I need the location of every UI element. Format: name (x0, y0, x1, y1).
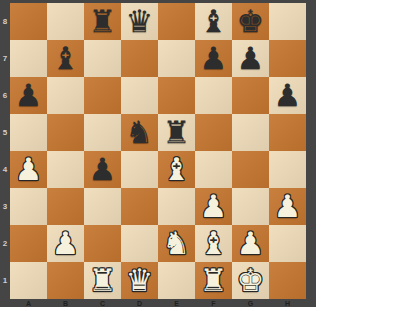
square-g6[interactable] (232, 77, 269, 114)
square-f1[interactable]: ♜ (195, 262, 232, 299)
square-f6[interactable] (195, 77, 232, 114)
square-f5[interactable] (195, 114, 232, 151)
square-e2[interactable]: ♞ (158, 225, 195, 262)
piece-black-rook[interactable]: ♜ (158, 114, 195, 151)
square-d3[interactable] (121, 188, 158, 225)
rank-label-8: 8 (0, 3, 10, 40)
square-b5[interactable] (47, 114, 84, 151)
rank-label-2: 2 (0, 225, 10, 262)
square-h2[interactable] (269, 225, 306, 262)
square-e6[interactable] (158, 77, 195, 114)
piece-black-pawn[interactable]: ♟ (84, 151, 121, 188)
square-d5[interactable]: ♞ (121, 114, 158, 151)
square-d8[interactable]: ♛ (121, 3, 158, 40)
square-c7[interactable] (84, 40, 121, 77)
piece-black-knight[interactable]: ♞ (121, 114, 158, 151)
square-b3[interactable] (47, 188, 84, 225)
rank-label-3: 3 (0, 188, 10, 225)
square-c6[interactable] (84, 77, 121, 114)
square-f8[interactable]: ♝ (195, 3, 232, 40)
piece-white-rook[interactable]: ♜ (84, 262, 121, 299)
square-a5[interactable] (10, 114, 47, 151)
rank-label-5: 5 (0, 114, 10, 151)
piece-black-bishop[interactable]: ♝ (47, 40, 84, 77)
square-a1[interactable] (10, 262, 47, 299)
square-h7[interactable] (269, 40, 306, 77)
piece-white-king[interactable]: ♚ (232, 262, 269, 299)
file-label-b: B (47, 299, 84, 307)
piece-white-pawn[interactable]: ♟ (232, 225, 269, 262)
piece-white-pawn[interactable]: ♟ (269, 188, 306, 225)
square-b7[interactable]: ♝ (47, 40, 84, 77)
square-g3[interactable] (232, 188, 269, 225)
file-label-h: H (269, 299, 306, 307)
piece-white-knight[interactable]: ♞ (158, 225, 195, 262)
square-d1[interactable]: ♛ (121, 262, 158, 299)
rank-labels: 87654321 (0, 3, 10, 299)
square-b1[interactable] (47, 262, 84, 299)
piece-black-queen[interactable]: ♛ (121, 3, 158, 40)
square-g7[interactable]: ♟ (232, 40, 269, 77)
square-e8[interactable] (158, 3, 195, 40)
square-h8[interactable] (269, 3, 306, 40)
square-g1[interactable]: ♚ (232, 262, 269, 299)
board-frame: 87654321 ♜♛♝♚♝♟♟♟♟♞♜♟♟♝♟♟♟♞♝♟♜♛♜♚ ABCDEF… (0, 0, 316, 307)
square-a7[interactable] (10, 40, 47, 77)
square-d7[interactable] (121, 40, 158, 77)
square-b6[interactable] (47, 77, 84, 114)
piece-white-bishop[interactable]: ♝ (195, 225, 232, 262)
rank-label-6: 6 (0, 77, 10, 114)
square-e4[interactable]: ♝ (158, 151, 195, 188)
square-h4[interactable] (269, 151, 306, 188)
square-f2[interactable]: ♝ (195, 225, 232, 262)
square-g2[interactable]: ♟ (232, 225, 269, 262)
piece-black-pawn[interactable]: ♟ (232, 40, 269, 77)
piece-black-bishop[interactable]: ♝ (195, 3, 232, 40)
square-f7[interactable]: ♟ (195, 40, 232, 77)
file-label-f: F (195, 299, 232, 307)
file-label-c: C (84, 299, 121, 307)
piece-white-pawn[interactable]: ♟ (195, 188, 232, 225)
square-g5[interactable] (232, 114, 269, 151)
file-label-g: G (232, 299, 269, 307)
square-b4[interactable] (47, 151, 84, 188)
square-h1[interactable] (269, 262, 306, 299)
rank-label-4: 4 (0, 151, 10, 188)
piece-white-rook[interactable]: ♜ (195, 262, 232, 299)
file-label-e: E (158, 299, 195, 307)
square-h5[interactable] (269, 114, 306, 151)
piece-black-pawn[interactable]: ♟ (10, 77, 47, 114)
square-c2[interactable] (84, 225, 121, 262)
square-c8[interactable]: ♜ (84, 3, 121, 40)
square-f4[interactable] (195, 151, 232, 188)
square-c4[interactable]: ♟ (84, 151, 121, 188)
square-b2[interactable]: ♟ (47, 225, 84, 262)
square-g4[interactable] (232, 151, 269, 188)
piece-white-queen[interactable]: ♛ (121, 262, 158, 299)
file-labels: ABCDEFGH (10, 299, 306, 307)
piece-black-pawn[interactable]: ♟ (269, 77, 306, 114)
chess-board: ♜♛♝♚♝♟♟♟♟♞♜♟♟♝♟♟♟♞♝♟♜♛♜♚ (10, 3, 306, 299)
square-h3[interactable]: ♟ (269, 188, 306, 225)
square-c5[interactable] (84, 114, 121, 151)
rank-label-7: 7 (0, 40, 10, 77)
square-g8[interactable]: ♚ (232, 3, 269, 40)
square-e7[interactable] (158, 40, 195, 77)
piece-black-king[interactable]: ♚ (232, 3, 269, 40)
square-e5[interactable]: ♜ (158, 114, 195, 151)
square-d2[interactable] (121, 225, 158, 262)
square-c1[interactable]: ♜ (84, 262, 121, 299)
square-a4[interactable]: ♟ (10, 151, 47, 188)
page: { "game": "chess", "position": "2rq1bk1/… (0, 0, 414, 311)
square-e1[interactable] (158, 262, 195, 299)
square-a8[interactable] (10, 3, 47, 40)
square-d4[interactable] (121, 151, 158, 188)
square-b8[interactable] (47, 3, 84, 40)
file-label-d: D (121, 299, 158, 307)
square-d6[interactable] (121, 77, 158, 114)
square-h6[interactable]: ♟ (269, 77, 306, 114)
square-a3[interactable] (10, 188, 47, 225)
piece-white-pawn[interactable]: ♟ (10, 151, 47, 188)
piece-white-pawn[interactable]: ♟ (47, 225, 84, 262)
square-a6[interactable]: ♟ (10, 77, 47, 114)
rank-label-1: 1 (0, 262, 10, 299)
file-label-a: A (10, 299, 47, 307)
piece-white-bishop[interactable]: ♝ (158, 151, 195, 188)
piece-black-pawn[interactable]: ♟ (195, 40, 232, 77)
piece-black-rook[interactable]: ♜ (84, 3, 121, 40)
square-a2[interactable] (10, 225, 47, 262)
square-c3[interactable] (84, 188, 121, 225)
square-f3[interactable]: ♟ (195, 188, 232, 225)
square-e3[interactable] (158, 188, 195, 225)
